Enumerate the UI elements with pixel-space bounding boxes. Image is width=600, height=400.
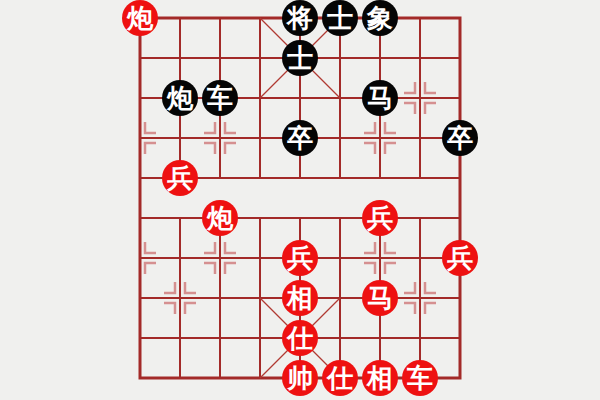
xiangqi-app: 炮将士象士炮车马卒卒兵炮兵兵兵相马仕帅仕相车 [0, 0, 600, 400]
piece-black-horse[interactable]: 马 [362, 80, 398, 116]
piece-black-elephant[interactable]: 象 [362, 0, 398, 36]
piece-red-elephant[interactable]: 相 [282, 280, 318, 316]
piece-black-chariot[interactable]: 车 [202, 80, 238, 116]
piece-red-cannon[interactable]: 炮 [122, 0, 158, 36]
piece-red-advisor[interactable]: 仕 [322, 360, 358, 396]
piece-black-pawn[interactable]: 卒 [282, 120, 318, 156]
piece-red-pawn[interactable]: 兵 [162, 160, 198, 196]
piece-layer[interactable]: 炮将士象士炮车马卒卒兵炮兵兵兵相马仕帅仕相车 [120, 0, 480, 398]
piece-red-horse[interactable]: 马 [362, 280, 398, 316]
piece-black-advisor[interactable]: 士 [282, 40, 318, 76]
piece-red-cannon[interactable]: 炮 [202, 200, 238, 236]
piece-red-pawn[interactable]: 兵 [362, 200, 398, 236]
piece-black-general[interactable]: 将 [282, 0, 318, 36]
piece-black-advisor[interactable]: 士 [322, 0, 358, 36]
piece-red-advisor[interactable]: 仕 [282, 320, 318, 356]
piece-red-general[interactable]: 帅 [282, 360, 318, 396]
piece-red-chariot[interactable]: 车 [402, 360, 438, 396]
piece-black-pawn[interactable]: 卒 [442, 120, 478, 156]
piece-red-pawn[interactable]: 兵 [282, 240, 318, 276]
piece-black-cannon[interactable]: 炮 [162, 80, 198, 116]
piece-red-elephant[interactable]: 相 [362, 360, 398, 396]
piece-red-pawn[interactable]: 兵 [442, 240, 478, 276]
